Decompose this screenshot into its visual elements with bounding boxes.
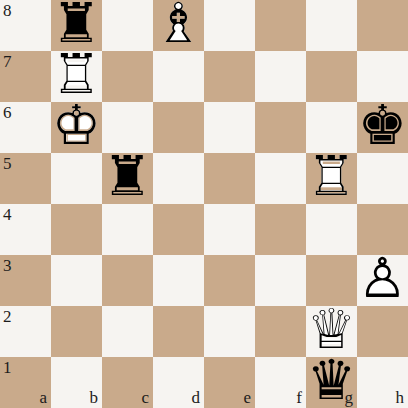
square-c4[interactable] [102, 204, 153, 255]
file-label-h: h [396, 389, 405, 406]
square-d8[interactable]: ♝♗ [153, 0, 204, 51]
black-queen-glyph: ♛ [306, 354, 357, 405]
square-b8[interactable]: ♜ [51, 0, 102, 51]
square-c8[interactable] [102, 0, 153, 51]
square-e4[interactable] [204, 204, 255, 255]
square-a6[interactable]: 6 [0, 102, 51, 153]
square-a4[interactable]: 4 [0, 204, 51, 255]
white-bishop: ♝♗ [153, 0, 204, 51]
black-rook: ♜ [51, 0, 102, 51]
white-rook-fill: ♜ [51, 48, 102, 99]
square-c1[interactable]: c [102, 357, 153, 408]
square-c7[interactable] [102, 51, 153, 102]
square-h1[interactable]: h [357, 357, 408, 408]
black-rook-glyph: ♜ [102, 150, 153, 201]
white-rook-fill: ♜ [306, 150, 357, 201]
rank-label-6: 6 [3, 104, 12, 121]
square-a7[interactable]: 7 [0, 51, 51, 102]
square-g4[interactable] [306, 204, 357, 255]
square-g5[interactable]: ♜♖ [306, 153, 357, 204]
white-bishop-glyph: ♗ [153, 0, 204, 48]
rank-label-7: 7 [3, 53, 12, 70]
white-rook-glyph: ♖ [51, 48, 102, 99]
square-g6[interactable] [306, 102, 357, 153]
square-d7[interactable] [153, 51, 204, 102]
black-king: ♚ [357, 102, 408, 153]
rank-label-2: 2 [3, 308, 12, 325]
white-pawn: ♟♙ [357, 255, 408, 306]
square-h7[interactable] [357, 51, 408, 102]
rank-label-4: 4 [3, 206, 12, 223]
rank-label-1: 1 [3, 359, 12, 376]
file-label-d: d [192, 389, 201, 406]
square-c3[interactable] [102, 255, 153, 306]
square-b7[interactable]: ♜♖ [51, 51, 102, 102]
square-f5[interactable] [255, 153, 306, 204]
square-a1[interactable]: 1a [0, 357, 51, 408]
square-e6[interactable] [204, 102, 255, 153]
white-rook-glyph: ♖ [306, 150, 357, 201]
square-h3[interactable]: ♟♙ [357, 255, 408, 306]
square-e5[interactable] [204, 153, 255, 204]
square-f4[interactable] [255, 204, 306, 255]
white-king-fill: ♚ [51, 99, 102, 150]
square-e3[interactable] [204, 255, 255, 306]
file-label-b: b [90, 389, 99, 406]
square-d6[interactable] [153, 102, 204, 153]
square-d1[interactable]: d [153, 357, 204, 408]
white-pawn-glyph: ♙ [357, 252, 408, 303]
square-b2[interactable] [51, 306, 102, 357]
black-rook: ♜ [102, 153, 153, 204]
square-g3[interactable] [306, 255, 357, 306]
white-queen-glyph: ♕ [306, 303, 357, 354]
square-b6[interactable]: ♚♔ [51, 102, 102, 153]
square-e2[interactable] [204, 306, 255, 357]
square-a5[interactable]: 5 [0, 153, 51, 204]
square-d5[interactable] [153, 153, 204, 204]
square-d2[interactable] [153, 306, 204, 357]
square-g7[interactable] [306, 51, 357, 102]
square-g2[interactable]: ♛♕ [306, 306, 357, 357]
square-f2[interactable] [255, 306, 306, 357]
file-label-a: a [39, 389, 47, 406]
square-f3[interactable] [255, 255, 306, 306]
square-f7[interactable] [255, 51, 306, 102]
black-king-glyph: ♚ [357, 99, 408, 150]
rank-label-8: 8 [3, 2, 12, 19]
white-queen-fill: ♛ [306, 303, 357, 354]
file-label-c: c [141, 389, 149, 406]
square-g1[interactable]: ♛g [306, 357, 357, 408]
square-h8[interactable] [357, 0, 408, 51]
square-c6[interactable] [102, 102, 153, 153]
rank-label-3: 3 [3, 257, 12, 274]
square-e7[interactable] [204, 51, 255, 102]
square-c5[interactable]: ♜ [102, 153, 153, 204]
square-e1[interactable]: e [204, 357, 255, 408]
file-label-e: e [243, 389, 251, 406]
square-f8[interactable] [255, 0, 306, 51]
square-f1[interactable]: f [255, 357, 306, 408]
file-label-f: f [296, 389, 302, 406]
chess-board: 8♜♝♗7♜♖6♚♔♚5♜♜♖43♟♙2♛♕1abcdef♛gh [0, 0, 408, 408]
square-d3[interactable] [153, 255, 204, 306]
square-a3[interactable]: 3 [0, 255, 51, 306]
square-b4[interactable] [51, 204, 102, 255]
white-bishop-fill: ♝ [153, 0, 204, 48]
square-b1[interactable]: b [51, 357, 102, 408]
white-rook: ♜♖ [306, 153, 357, 204]
square-h6[interactable]: ♚ [357, 102, 408, 153]
white-king: ♚♔ [51, 102, 102, 153]
square-e8[interactable] [204, 0, 255, 51]
square-f6[interactable] [255, 102, 306, 153]
square-d4[interactable] [153, 204, 204, 255]
square-h2[interactable] [357, 306, 408, 357]
rank-label-5: 5 [3, 155, 12, 172]
square-a2[interactable]: 2 [0, 306, 51, 357]
square-h5[interactable] [357, 153, 408, 204]
black-queen: ♛ [306, 357, 357, 408]
white-queen: ♛♕ [306, 306, 357, 357]
black-rook-glyph: ♜ [51, 0, 102, 48]
square-b3[interactable] [51, 255, 102, 306]
square-b5[interactable] [51, 153, 102, 204]
white-king-glyph: ♔ [51, 99, 102, 150]
white-pawn-fill: ♟ [357, 252, 408, 303]
square-h4[interactable] [357, 204, 408, 255]
square-a8[interactable]: 8 [0, 0, 51, 51]
white-rook: ♜♖ [51, 51, 102, 102]
square-g8[interactable] [306, 0, 357, 51]
square-c2[interactable] [102, 306, 153, 357]
